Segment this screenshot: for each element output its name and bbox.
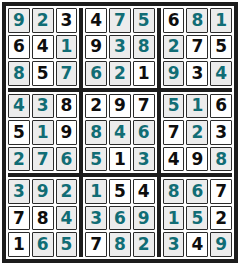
cell-r1c2[interactable]: 2 [32,8,54,33]
cell-r2c5[interactable]: 3 [109,35,131,60]
cell-r2c9[interactable]: 5 [210,35,232,60]
cell-r6c7[interactable]: 4 [163,147,185,172]
cell-r2c6[interactable]: 8 [133,35,155,60]
cell-r6c1[interactable]: 2 [8,147,30,172]
cell-r9c2[interactable]: 6 [32,232,54,257]
cell-r9c3[interactable]: 5 [56,232,78,257]
cell-r1c6[interactable]: 5 [133,8,155,33]
cell-r5c5[interactable]: 4 [109,120,131,145]
cell-r1c4[interactable]: 4 [85,8,107,33]
cell-r8c3[interactable]: 4 [56,206,78,231]
cell-r2c2[interactable]: 4 [32,35,54,60]
cell-r7c9[interactable]: 7 [210,179,232,204]
cell-r9c4[interactable]: 7 [85,232,107,257]
cell-r4c3[interactable]: 8 [56,94,78,119]
cell-r2c8[interactable]: 7 [186,35,208,60]
cell-r1c1[interactable]: 9 [8,8,30,33]
cell-r6c4[interactable]: 5 [85,147,107,172]
cell-r8c1[interactable]: 7 [8,206,30,231]
cell-r7c4[interactable]: 1 [85,179,107,204]
cell-r6c9[interactable]: 8 [210,147,232,172]
cell-r6c2[interactable]: 7 [32,147,54,172]
cell-r7c1[interactable]: 3 [8,179,30,204]
cell-r7c8[interactable]: 6 [186,179,208,204]
cell-r5c1[interactable]: 5 [8,120,30,145]
cell-r3c7[interactable]: 9 [163,61,185,86]
cell-r5c4[interactable]: 8 [85,120,107,145]
cell-r4c7[interactable]: 5 [163,94,185,119]
box-separator-horizontal [8,173,232,177]
cell-r8c5[interactable]: 6 [109,206,131,231]
cell-r2c1[interactable]: 6 [8,35,30,60]
cell-r9c8[interactable]: 4 [186,232,208,257]
cell-r7c6[interactable]: 4 [133,179,155,204]
cell-r1c7[interactable]: 6 [163,8,185,33]
cell-r5c9[interactable]: 3 [210,120,232,145]
cell-r2c4[interactable]: 9 [85,35,107,60]
cell-r7c3[interactable]: 2 [56,179,78,204]
cell-r7c7[interactable]: 8 [163,179,185,204]
cell-r3c8[interactable]: 3 [186,61,208,86]
cell-r8c2[interactable]: 8 [32,206,54,231]
cell-r4c5[interactable]: 9 [109,94,131,119]
cell-r4c9[interactable]: 6 [210,94,232,119]
cell-r2c7[interactable]: 2 [163,35,185,60]
cell-r6c8[interactable]: 9 [186,147,208,172]
cell-r8c4[interactable]: 3 [85,206,107,231]
cell-r5c6[interactable]: 6 [133,120,155,145]
cell-r1c9[interactable]: 1 [210,8,232,33]
cell-r4c6[interactable]: 7 [133,94,155,119]
cell-r5c7[interactable]: 7 [163,120,185,145]
box-separator-horizontal [8,88,232,92]
cell-r8c8[interactable]: 5 [186,206,208,231]
box-separator-vertical [79,8,83,257]
cell-r6c3[interactable]: 6 [56,147,78,172]
cell-r9c6[interactable]: 2 [133,232,155,257]
cell-r9c1[interactable]: 1 [8,232,30,257]
cell-r6c5[interactable]: 1 [109,147,131,172]
cell-r1c3[interactable]: 3 [56,8,78,33]
cell-r5c3[interactable]: 9 [56,120,78,145]
cell-r3c1[interactable]: 8 [8,61,30,86]
cell-r3c2[interactable]: 5 [32,61,54,86]
cell-r5c2[interactable]: 1 [32,120,54,145]
cell-r3c6[interactable]: 1 [133,61,155,86]
cell-r6c6[interactable]: 3 [133,147,155,172]
cell-r4c1[interactable]: 4 [8,94,30,119]
cell-r3c9[interactable]: 4 [210,61,232,86]
cell-r4c8[interactable]: 1 [186,94,208,119]
cell-r3c4[interactable]: 6 [85,61,107,86]
board-frame: 9234756816419382758576219344382975165198… [2,2,238,263]
cell-r9c9[interactable]: 9 [210,232,232,257]
cell-r8c6[interactable]: 9 [133,206,155,231]
cell-r1c5[interactable]: 7 [109,8,131,33]
sudoku-board: 9234756816419382758576219344382975165198… [0,0,240,265]
cell-r2c3[interactable]: 1 [56,35,78,60]
cell-r7c2[interactable]: 9 [32,179,54,204]
cell-r4c2[interactable]: 3 [32,94,54,119]
sudoku-grid: 9234756816419382758576219344382975165198… [8,8,232,257]
cell-r1c8[interactable]: 8 [186,8,208,33]
cell-r3c3[interactable]: 7 [56,61,78,86]
cell-r4c4[interactable]: 2 [85,94,107,119]
cell-r7c5[interactable]: 5 [109,179,131,204]
box-separator-vertical [157,8,161,257]
cell-r3c5[interactable]: 2 [109,61,131,86]
cell-r9c7[interactable]: 3 [163,232,185,257]
cell-r5c8[interactable]: 2 [186,120,208,145]
cell-r8c7[interactable]: 1 [163,206,185,231]
cell-r8c9[interactable]: 2 [210,206,232,231]
cell-r9c5[interactable]: 8 [109,232,131,257]
